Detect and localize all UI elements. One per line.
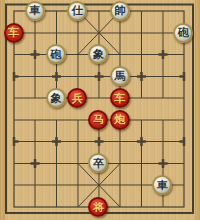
piece-red-general[interactable]: 将 bbox=[88, 197, 108, 217]
piece-white-chariot-2[interactable]: 車 bbox=[152, 175, 172, 195]
piece-white-elephant-1[interactable]: 象 bbox=[88, 44, 108, 64]
piece-red-cannon-1[interactable]: 炮 bbox=[110, 110, 130, 130]
pieces-grid[interactable]: 車仕帥砲砲象馬象卒車车兵车马炮将 bbox=[3, 0, 194, 218]
xiangqi-board: 車仕帥砲砲象馬象卒車车兵车马炮将 bbox=[0, 0, 200, 220]
piece-red-chariot-2[interactable]: 车 bbox=[110, 88, 130, 108]
piece-white-cannon-1[interactable]: 砲 bbox=[173, 23, 193, 43]
piece-red-chariot-1[interactable]: 车 bbox=[4, 23, 24, 43]
piece-white-chariot-1[interactable]: 車 bbox=[25, 1, 45, 21]
piece-white-general[interactable]: 帥 bbox=[110, 1, 130, 21]
piece-white-elephant-2[interactable]: 象 bbox=[46, 88, 66, 108]
piece-red-horse-1[interactable]: 马 bbox=[88, 110, 108, 130]
piece-white-cannon-2[interactable]: 砲 bbox=[46, 44, 66, 64]
piece-white-horse-1[interactable]: 馬 bbox=[110, 66, 130, 86]
piece-red-soldier-1[interactable]: 兵 bbox=[67, 88, 87, 108]
piece-white-soldier-1[interactable]: 卒 bbox=[88, 153, 108, 173]
piece-white-advisor-1[interactable]: 仕 bbox=[67, 1, 87, 21]
